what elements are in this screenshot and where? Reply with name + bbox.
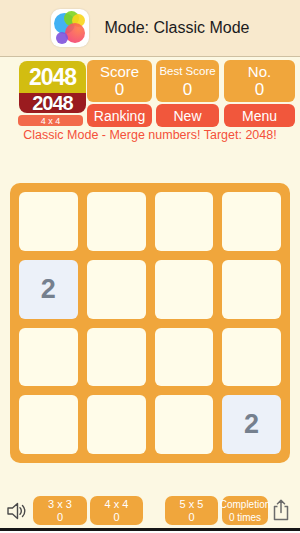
grid-cell bbox=[19, 395, 78, 454]
grid-cell bbox=[222, 260, 281, 319]
menu-button[interactable]: Menu bbox=[224, 104, 295, 127]
grid-cell bbox=[155, 260, 214, 319]
score-label: Score bbox=[100, 63, 139, 80]
header-bar: Mode: Classic Mode bbox=[0, 0, 300, 56]
best-score-value: 0 bbox=[183, 80, 192, 99]
grid-cell bbox=[87, 395, 146, 454]
completion-label: Completion bbox=[220, 498, 271, 511]
logo-bottom: 2048 bbox=[19, 93, 86, 113]
bubble-pink bbox=[65, 23, 85, 43]
ranking-button[interactable]: Ranking bbox=[87, 104, 152, 127]
new-game-button[interactable]: New bbox=[156, 104, 219, 127]
mode-3x3-count: 0 bbox=[57, 511, 63, 524]
score-value: 0 bbox=[115, 80, 124, 99]
grid-cell bbox=[155, 395, 214, 454]
mode-5x5-label: 5 x 5 bbox=[180, 498, 204, 511]
grid-cell bbox=[19, 192, 78, 251]
number-panel: No. 0 bbox=[224, 60, 295, 102]
completion-count: 0 times bbox=[229, 511, 261, 524]
grid-cell bbox=[222, 328, 281, 387]
logo-top: 2048 bbox=[19, 61, 86, 93]
app-logo: 2048 2048 bbox=[19, 61, 86, 113]
grid-cell bbox=[155, 192, 214, 251]
mode-5x5-button[interactable]: 5 x 5 0 bbox=[165, 496, 218, 525]
mode-3x3-button[interactable]: 3 x 3 0 bbox=[33, 496, 87, 525]
tile-2: 2 bbox=[19, 260, 78, 319]
share-icon[interactable] bbox=[271, 498, 291, 526]
mode-5x5-count: 0 bbox=[188, 511, 194, 524]
number-label: No. bbox=[248, 63, 271, 80]
game-center-icon bbox=[51, 9, 89, 47]
speaker-icon[interactable] bbox=[7, 501, 29, 525]
score-panel: Score 0 bbox=[87, 60, 152, 102]
bubble-purple bbox=[56, 32, 68, 44]
best-score-label: Best Score bbox=[159, 63, 215, 80]
grid-cell bbox=[87, 192, 146, 251]
grid-cell bbox=[222, 192, 281, 251]
mode-4x4-count: 0 bbox=[113, 511, 119, 524]
mode-4x4-button[interactable]: 4 x 4 0 bbox=[90, 496, 143, 525]
board-grid[interactable]: 22 bbox=[10, 183, 290, 463]
tile-2: 2 bbox=[222, 395, 281, 454]
mode-caption: Classic Mode - Merge numbers! Target: 20… bbox=[0, 128, 300, 142]
mode-4x4-label: 4 x 4 bbox=[105, 498, 129, 511]
board-size-label: 4 x 4 bbox=[18, 115, 83, 126]
mode-title: Mode: Classic Mode bbox=[105, 19, 250, 37]
grid-cell bbox=[19, 328, 78, 387]
number-value: 0 bbox=[255, 80, 264, 99]
grid-cell bbox=[155, 328, 214, 387]
grid-cell bbox=[87, 260, 146, 319]
mode-3x3-label: 3 x 3 bbox=[48, 498, 72, 511]
grid-cell bbox=[87, 328, 146, 387]
completion-button[interactable]: Completion 0 times bbox=[222, 496, 268, 525]
best-score-panel: Best Score 0 bbox=[156, 60, 219, 102]
